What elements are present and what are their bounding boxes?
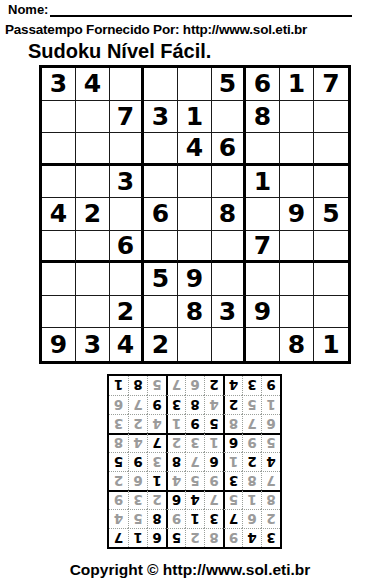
solution-cell-r1c3: 9 <box>223 528 242 547</box>
puzzle-cell-r6c5[interactable] <box>178 231 212 264</box>
solution-cell-r9c7: 5 <box>147 376 166 395</box>
solution-cell-r2c9: 4 <box>109 509 128 528</box>
solution-cell-r7c4: 5 <box>204 414 223 433</box>
solution-cell-r8c2: 5 <box>242 395 261 414</box>
solution-cell-r7c9: 3 <box>109 414 128 433</box>
puzzle-cell-r5c6: 8 <box>212 198 246 231</box>
solution-cell-r2c5: 1 <box>185 509 204 528</box>
solution-cell-r7c7: 4 <box>147 414 166 433</box>
puzzle-cell-r6c2[interactable] <box>76 231 110 264</box>
puzzle-cell-r3c8[interactable] <box>280 133 314 166</box>
puzzle-cell-r1c9: 7 <box>314 68 348 101</box>
solution-cell-r8c9: 6 <box>109 395 128 414</box>
solution-cell-r6c4: 1 <box>204 433 223 452</box>
puzzle-cell-r9c6[interactable] <box>212 328 246 361</box>
puzzle-cell-r8c1[interactable] <box>42 296 76 329</box>
solution-cell-r5c3: 1 <box>223 452 242 471</box>
puzzle-cell-r4c2[interactable] <box>76 166 110 199</box>
puzzle-cell-r9c2: 3 <box>76 328 110 361</box>
puzzle-cell-r4c5[interactable] <box>178 166 212 199</box>
solution-cell-r5c5: 7 <box>185 452 204 471</box>
solution-cell-r2c3: 7 <box>223 509 242 528</box>
puzzle-cell-r3c1[interactable] <box>42 133 76 166</box>
solution-cell-r8c1: 1 <box>261 395 280 414</box>
puzzle-cell-r3c7[interactable] <box>246 133 280 166</box>
solution-cell-r4c4: 9 <box>204 471 223 490</box>
solution-cell-r2c1: 2 <box>261 509 280 528</box>
solution-cell-r9c6: 7 <box>166 376 185 395</box>
puzzle-cell-r9c8: 8 <box>280 328 314 361</box>
solution-cell-r9c5: 6 <box>185 376 204 395</box>
solution-cell-r3c7: 2 <box>147 490 166 509</box>
puzzle-cell-r8c7: 9 <box>246 296 280 329</box>
solution-cell-r1c9: 7 <box>109 528 128 547</box>
solution-cell-r7c5: 9 <box>185 414 204 433</box>
name-label: Nome: <box>8 2 48 17</box>
solution-cell-r3c6: 6 <box>166 490 185 509</box>
puzzle-cell-r1c8: 1 <box>280 68 314 101</box>
provider-line: Passatempo Fornecido Por: http://www.sol… <box>5 22 307 37</box>
page-title: Sudoku Nível Fácil. <box>28 40 211 63</box>
solution-cell-r4c8: 6 <box>128 471 147 490</box>
solution-cell-r8c7: 9 <box>147 395 166 414</box>
solution-cell-r7c6: 1 <box>166 414 185 433</box>
solution-cell-r3c9: 9 <box>109 490 128 509</box>
puzzle-cell-r4c1[interactable] <box>42 166 76 199</box>
puzzle-cell-r2c2[interactable] <box>76 101 110 134</box>
solution-cell-r2c4: 3 <box>204 509 223 528</box>
solution-cell-r1c1: 3 <box>261 528 280 547</box>
puzzle-cell-r6c4[interactable] <box>144 231 178 264</box>
main-sudoku-grid: 3456177318463142689567592839934281 <box>39 65 351 364</box>
solution-cell-r8c6: 3 <box>166 395 185 414</box>
solution-cell-r3c3: 5 <box>223 490 242 509</box>
puzzle-cell-r7c2[interactable] <box>76 263 110 296</box>
puzzle-cell-r4c4[interactable] <box>144 166 178 199</box>
puzzle-cell-r4c6[interactable] <box>212 166 246 199</box>
solution-cell-r6c8: 4 <box>128 433 147 452</box>
solution-cell-r4c6: 4 <box>166 471 185 490</box>
puzzle-cell-r8c5: 8 <box>178 296 212 329</box>
puzzle-cell-r3c9[interactable] <box>314 133 348 166</box>
solution-cell-r7c8: 2 <box>128 414 147 433</box>
solution-cell-r9c9: 1 <box>109 376 128 395</box>
solution-cell-r2c2: 6 <box>242 509 261 528</box>
solution-cell-r2c6: 9 <box>166 509 185 528</box>
puzzle-cell-r5c7[interactable] <box>246 198 280 231</box>
puzzle-cell-r1c4[interactable] <box>144 68 178 101</box>
solution-cell-r6c1: 5 <box>261 433 280 452</box>
puzzle-cell-r7c5: 9 <box>178 263 212 296</box>
puzzle-cell-r6c6[interactable] <box>212 231 246 264</box>
puzzle-cell-r5c9: 5 <box>314 198 348 231</box>
solution-cell-r7c3: 8 <box>223 414 242 433</box>
puzzle-cell-r2c4: 3 <box>144 101 178 134</box>
solution-cell-r3c5: 4 <box>185 490 204 509</box>
solution-cell-r1c8: 1 <box>128 528 147 547</box>
puzzle-cell-r5c8: 9 <box>280 198 314 231</box>
solution-cell-r5c2: 2 <box>242 452 261 471</box>
puzzle-cell-r7c1[interactable] <box>42 263 76 296</box>
puzzle-cell-r2c7: 8 <box>246 101 280 134</box>
solution-cell-r4c1: 7 <box>261 471 280 490</box>
solution-cell-r3c1: 8 <box>261 490 280 509</box>
puzzle-cell-r1c6: 5 <box>212 68 246 101</box>
puzzle-cell-r2c1[interactable] <box>42 101 76 134</box>
puzzle-cell-r5c1: 4 <box>42 198 76 231</box>
puzzle-cell-r6c3: 6 <box>110 231 144 264</box>
puzzle-cell-r8c9[interactable] <box>314 296 348 329</box>
puzzle-cell-r2c3: 7 <box>110 101 144 134</box>
puzzle-cell-r2c6[interactable] <box>212 101 246 134</box>
puzzle-cell-r5c5[interactable] <box>178 198 212 231</box>
puzzle-cell-r8c6: 3 <box>212 296 246 329</box>
puzzle-cell-r8c8[interactable] <box>280 296 314 329</box>
puzzle-cell-r6c1[interactable] <box>42 231 76 264</box>
solution-cell-r6c9: 8 <box>109 433 128 452</box>
puzzle-cell-r9c1: 9 <box>42 328 76 361</box>
name-row: Nome: <box>8 2 352 17</box>
solution-cell-r8c5: 8 <box>185 395 204 414</box>
solution-cell-r3c8: 3 <box>128 490 147 509</box>
puzzle-cell-r9c5[interactable] <box>178 328 212 361</box>
solution-cell-r6c6: 2 <box>166 433 185 452</box>
puzzle-cell-r9c7[interactable] <box>246 328 280 361</box>
puzzle-cell-r3c5: 4 <box>178 133 212 166</box>
solution-cell-r4c7: 1 <box>147 471 166 490</box>
puzzle-cell-r3c2[interactable] <box>76 133 110 166</box>
printable-sudoku-page: Nome: Passatempo Fornecido Por: http://w… <box>0 0 380 585</box>
puzzle-cell-r5c3[interactable] <box>110 198 144 231</box>
puzzle-cell-r1c3[interactable] <box>110 68 144 101</box>
solution-cell-r5c7: 3 <box>147 452 166 471</box>
puzzle-cell-r2c9[interactable] <box>314 101 348 134</box>
solution-cell-r6c5: 3 <box>185 433 204 452</box>
puzzle-cell-r6c8[interactable] <box>280 231 314 264</box>
puzzle-cell-r4c8[interactable] <box>280 166 314 199</box>
solution-cell-r7c1: 6 <box>261 414 280 433</box>
name-blank-line[interactable] <box>50 2 352 17</box>
puzzle-cell-r4c3: 3 <box>110 166 144 199</box>
solution-cell-r1c2: 4 <box>242 528 261 547</box>
solution-cell-r1c5: 2 <box>185 528 204 547</box>
puzzle-cell-r7c4: 5 <box>144 263 178 296</box>
solution-cell-r9c1: 9 <box>261 376 280 395</box>
puzzle-cell-r8c4[interactable] <box>144 296 178 329</box>
solution-cell-r7c2: 7 <box>242 414 261 433</box>
solution-cell-r9c2: 3 <box>242 376 261 395</box>
solution-cell-r9c3: 4 <box>223 376 242 395</box>
solution-cell-r2c7: 8 <box>147 509 166 528</box>
solution-cell-r9c8: 8 <box>128 376 147 395</box>
puzzle-cell-r2c5: 1 <box>178 101 212 134</box>
solution-cell-r3c2: 1 <box>242 490 261 509</box>
puzzle-cell-r5c2: 2 <box>76 198 110 231</box>
solution-cell-r4c3: 3 <box>223 471 242 490</box>
puzzle-cell-r9c9: 1 <box>314 328 348 361</box>
puzzle-cell-r7c7[interactable] <box>246 263 280 296</box>
solution-cell-r6c3: 6 <box>223 433 242 452</box>
solution-cell-r4c2: 8 <box>242 471 261 490</box>
puzzle-cell-r1c1: 3 <box>42 68 76 101</box>
puzzle-cell-r1c7: 6 <box>246 68 280 101</box>
puzzle-cell-r8c3: 2 <box>110 296 144 329</box>
puzzle-cell-r6c7: 7 <box>246 231 280 264</box>
solution-cell-r4c5: 5 <box>185 471 204 490</box>
puzzle-cell-r3c3[interactable] <box>110 133 144 166</box>
solution-cell-r1c4: 8 <box>204 528 223 547</box>
solution-cell-r5c8: 9 <box>128 452 147 471</box>
puzzle-cell-r1c2: 4 <box>76 68 110 101</box>
solution-cell-r3c4: 7 <box>204 490 223 509</box>
solution-cell-r6c2: 9 <box>242 433 261 452</box>
solution-cell-r5c1: 4 <box>261 452 280 471</box>
puzzle-cell-r5c4: 6 <box>144 198 178 231</box>
solution-cell-r8c8: 7 <box>128 395 147 414</box>
solution-cell-r8c3: 2 <box>223 395 242 414</box>
puzzle-cell-r9c3: 4 <box>110 328 144 361</box>
puzzle-cell-r9c4: 2 <box>144 328 178 361</box>
puzzle-cell-r3c4[interactable] <box>144 133 178 166</box>
puzzle-cell-r3c6: 6 <box>212 133 246 166</box>
solution-cell-r8c4: 4 <box>204 395 223 414</box>
solution-cell-r5c9: 5 <box>109 452 128 471</box>
solution-cell-r1c7: 6 <box>147 528 166 547</box>
puzzle-cell-r7c9[interactable] <box>314 263 348 296</box>
solution-cell-r4c9: 2 <box>109 471 128 490</box>
solution-cell-r1c6: 5 <box>166 528 185 547</box>
puzzle-cell-r4c9[interactable] <box>314 166 348 199</box>
copyright-line: Copyright © http://www.sol.eti.br <box>0 561 380 579</box>
puzzle-cell-r7c6[interactable] <box>212 263 246 296</box>
solution-grid: 3498256172673198548157462397839541624216… <box>107 374 282 549</box>
solution-cell-r9c4: 2 <box>204 376 223 395</box>
puzzle-cell-r8c2[interactable] <box>76 296 110 329</box>
puzzle-cell-r2c8[interactable] <box>280 101 314 134</box>
solution-cell-r5c4: 6 <box>204 452 223 471</box>
puzzle-cell-r1c5[interactable] <box>178 68 212 101</box>
puzzle-cell-r6c9[interactable] <box>314 231 348 264</box>
puzzle-cell-r7c3[interactable] <box>110 263 144 296</box>
solution-cell-r5c6: 8 <box>166 452 185 471</box>
puzzle-cell-r4c7: 1 <box>246 166 280 199</box>
puzzle-cell-r7c8[interactable] <box>280 263 314 296</box>
solution-cell-r2c8: 5 <box>128 509 147 528</box>
solution-cell-r6c7: 7 <box>147 433 166 452</box>
